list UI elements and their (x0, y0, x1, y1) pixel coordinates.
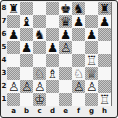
file-label-b: b (20, 106, 33, 117)
square-d2 (46, 80, 59, 93)
square-b3 (20, 67, 33, 80)
square-h6 (98, 28, 111, 41)
black-queen-piece: ♛ (60, 15, 71, 28)
black-pawn-piece: ♟ (8, 28, 19, 41)
square-c6: ♞ (33, 28, 46, 41)
square-d4 (46, 54, 59, 67)
black-pawn-piece: ♟ (86, 28, 97, 41)
square-c5 (33, 41, 46, 54)
black-pawn-piece: ♟ (99, 15, 110, 28)
square-f6 (72, 28, 85, 41)
black-knight-piece: ♞ (73, 2, 84, 15)
black-pawn-piece: ♟ (21, 41, 32, 54)
square-h1: ♖ (98, 93, 111, 106)
white-pawn-piece: ♙ (8, 80, 19, 93)
square-h3 (98, 67, 111, 80)
file-label-g: g (85, 106, 98, 117)
board: ♜♚♞♜♝♛♟♟♟♞♟♟♟♟♙♖♘♗♘♕♙♙♙♙♙♔♖ (7, 2, 112, 106)
square-b4 (20, 54, 33, 67)
file-label-a: a (7, 106, 20, 117)
square-b8 (20, 2, 33, 15)
square-b1 (20, 93, 33, 106)
square-a8: ♜ (7, 2, 20, 15)
white-bishop-piece: ♗ (47, 67, 58, 80)
square-d3: ♗ (46, 67, 59, 80)
chess-diagram: 87654321 ♜♚♞♜♝♛♟♟♟♞♟♟♟♟♙♖♘♗♘♕♙♙♙♙♙♔♖ abc… (0, 0, 118, 118)
square-c2: ♙ (33, 80, 46, 93)
square-a5 (7, 41, 20, 54)
file-label-e: e (59, 106, 72, 117)
square-a4 (7, 54, 20, 67)
square-b2: ♙ (20, 80, 33, 93)
square-f1 (72, 93, 85, 106)
square-g5 (85, 41, 98, 54)
square-a3 (7, 67, 20, 80)
square-c8 (33, 2, 46, 15)
square-c4 (33, 54, 46, 67)
file-label-f: f (72, 106, 85, 117)
square-e5: ♙ (59, 41, 72, 54)
white-knight-piece: ♘ (34, 67, 45, 80)
square-c3: ♘ (33, 67, 46, 80)
white-pawn-piece: ♙ (60, 41, 71, 54)
black-pawn-piece: ♟ (60, 28, 71, 41)
square-d8 (46, 2, 59, 15)
white-pawn-piece: ♙ (21, 80, 32, 93)
file-label-c: c (33, 106, 46, 117)
square-e3 (59, 67, 72, 80)
square-f8: ♞ (72, 2, 85, 15)
square-h5 (98, 41, 111, 54)
square-g4: ♖ (85, 54, 98, 67)
white-king-piece: ♔ (34, 93, 45, 106)
square-a1 (7, 93, 20, 106)
square-e7: ♛ (59, 15, 72, 28)
square-f5 (72, 41, 85, 54)
square-g8 (85, 2, 98, 15)
square-a7 (7, 15, 20, 28)
square-g3: ♕ (85, 67, 98, 80)
square-b5: ♟ (20, 41, 33, 54)
file-labels: abcdefgh (7, 106, 111, 117)
square-b6 (20, 28, 33, 41)
square-e2 (59, 80, 72, 93)
square-f3: ♘ (72, 67, 85, 80)
square-f7: ♟ (72, 15, 85, 28)
square-h7: ♟ (98, 15, 111, 28)
square-c7 (33, 15, 46, 28)
square-e6: ♟ (59, 28, 72, 41)
square-e8: ♚ (59, 2, 72, 15)
square-h4 (98, 54, 111, 67)
square-g7 (85, 15, 98, 28)
square-d6 (46, 28, 59, 41)
black-rook-piece: ♜ (99, 2, 110, 15)
white-pawn-piece: ♙ (86, 80, 97, 93)
square-g1 (85, 93, 98, 106)
square-f4 (72, 54, 85, 67)
square-h2 (98, 80, 111, 93)
black-king-piece: ♚ (60, 2, 71, 15)
black-pawn-piece: ♟ (73, 15, 84, 28)
white-pawn-piece: ♙ (34, 80, 45, 93)
square-g2: ♙ (85, 80, 98, 93)
file-label-h: h (98, 106, 111, 117)
square-g6: ♟ (85, 28, 98, 41)
square-d1 (46, 93, 59, 106)
white-rook-piece: ♖ (99, 93, 110, 106)
black-pawn-piece: ♟ (47, 41, 58, 54)
black-knight-piece: ♞ (34, 28, 45, 41)
square-b7: ♝ (20, 15, 33, 28)
square-a2: ♙ (7, 80, 20, 93)
square-a6: ♟ (7, 28, 20, 41)
square-e1 (59, 93, 72, 106)
square-f2: ♙ (72, 80, 85, 93)
white-pawn-piece: ♙ (73, 80, 84, 93)
square-c1: ♔ (33, 93, 46, 106)
file-label-d: d (46, 106, 59, 117)
white-rook-piece: ♖ (86, 54, 97, 67)
black-rook-piece: ♜ (8, 2, 19, 15)
square-e4 (59, 54, 72, 67)
square-d5: ♟ (46, 41, 59, 54)
white-knight-piece: ♘ (73, 67, 84, 80)
black-bishop-piece: ♝ (21, 15, 32, 28)
white-queen-piece: ♕ (86, 67, 97, 80)
square-d7 (46, 15, 59, 28)
square-h8: ♜ (98, 2, 111, 15)
